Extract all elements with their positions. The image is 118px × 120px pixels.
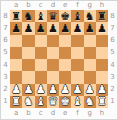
rank-labels-right: 87654321 [108,10,117,108]
square-a2[interactable]: ♟ [10,84,22,96]
square-d5[interactable] [47,47,59,59]
file-label-g: g [84,1,96,10]
square-a5[interactable] [10,47,22,59]
square-f8[interactable]: ♝ [71,10,83,22]
black-pawn-piece[interactable]: ♟ [60,23,70,34]
white-rook-piece[interactable]: ♜ [97,96,107,107]
square-d6[interactable] [47,35,59,47]
rank-label-8: 8 [108,10,117,22]
file-label-a: a [10,108,22,119]
rank-label-3: 3 [1,71,10,83]
square-c7[interactable]: ♟ [35,22,47,34]
file-label-h: h [96,1,108,10]
square-h7[interactable]: ♟ [96,22,108,34]
rank-label-2: 2 [1,84,10,96]
square-e8[interactable]: ♚ [59,10,71,22]
black-bishop-piece[interactable]: ♝ [72,11,82,22]
rank-label-4: 4 [1,59,10,71]
black-pawn-piece[interactable]: ♟ [23,23,33,34]
rank-label-2: 2 [108,84,117,96]
black-knight-piece[interactable]: ♞ [23,11,33,22]
black-pawn-piece[interactable]: ♟ [36,23,46,34]
file-label-c: c [35,108,47,119]
square-g5[interactable] [84,47,96,59]
black-rook-piece[interactable]: ♜ [97,11,107,22]
square-e6[interactable] [59,35,71,47]
white-pawn-piece[interactable]: ♟ [85,84,95,95]
square-h4[interactable] [96,59,108,71]
white-pawn-piece[interactable]: ♟ [97,84,107,95]
square-f4[interactable] [71,59,83,71]
file-label-b: b [22,108,34,119]
file-label-d: d [47,108,59,119]
square-f5[interactable] [71,47,83,59]
file-label-c: c [35,1,47,10]
square-d3[interactable] [47,71,59,83]
white-queen-piece[interactable]: ♛ [48,96,58,107]
file-label-e: e [59,108,71,119]
square-f3[interactable] [71,71,83,83]
white-pawn-piece[interactable]: ♟ [23,84,33,95]
square-e5[interactable] [59,47,71,59]
square-a8[interactable]: ♜ [10,10,22,22]
square-g8[interactable]: ♞ [84,10,96,22]
black-knight-piece[interactable]: ♞ [85,11,95,22]
rank-label-8: 8 [1,10,10,22]
square-c8[interactable]: ♝ [35,10,47,22]
square-h6[interactable] [96,35,108,47]
file-label-f: f [71,108,83,119]
file-label-b: b [22,1,34,10]
file-label-e: e [59,1,71,10]
square-a1[interactable]: ♜ [10,96,22,108]
file-label-g: g [84,108,96,119]
square-f2[interactable]: ♟ [71,84,83,96]
rank-label-6: 6 [1,35,10,47]
white-king-piece[interactable]: ♚ [60,96,70,107]
square-c4[interactable] [35,59,47,71]
square-c6[interactable] [35,35,47,47]
square-g1[interactable]: ♞ [84,96,96,108]
square-g2[interactable]: ♟ [84,84,96,96]
white-bishop-piece[interactable]: ♝ [36,96,46,107]
white-knight-piece[interactable]: ♞ [23,96,33,107]
white-knight-piece[interactable]: ♞ [85,96,95,107]
square-g4[interactable] [84,59,96,71]
white-pawn-piece[interactable]: ♟ [11,84,21,95]
rank-label-4: 4 [108,59,117,71]
rank-label-7: 7 [108,22,117,34]
white-pawn-piece[interactable]: ♟ [36,84,46,95]
black-pawn-piece[interactable]: ♟ [48,23,58,34]
file-label-f: f [71,1,83,10]
square-b5[interactable] [22,47,34,59]
chess-board-frame: abcdefgh 87654321 ♜♞♝♛♚♝♞♜♟♟♟♟♟♟♟♟♟♟♟♟♟♟… [0,0,118,120]
black-pawn-piece[interactable]: ♟ [97,23,107,34]
black-queen-piece[interactable]: ♛ [48,11,58,22]
square-d4[interactable] [47,59,59,71]
white-pawn-piece[interactable]: ♟ [60,84,70,95]
square-e4[interactable] [59,59,71,71]
square-c3[interactable] [35,71,47,83]
square-h3[interactable] [96,71,108,83]
square-e1[interactable]: ♚ [59,96,71,108]
black-bishop-piece[interactable]: ♝ [36,11,46,22]
rank-label-1: 1 [108,96,117,108]
square-d7[interactable]: ♟ [47,22,59,34]
rank-label-1: 1 [1,96,10,108]
square-a3[interactable] [10,71,22,83]
rank-labels-left: 87654321 [1,10,10,108]
square-f7[interactable]: ♟ [71,22,83,34]
square-b8[interactable]: ♞ [22,10,34,22]
square-a6[interactable] [10,35,22,47]
square-d8[interactable]: ♛ [47,10,59,22]
square-e7[interactable]: ♟ [59,22,71,34]
square-b2[interactable]: ♟ [22,84,34,96]
square-f1[interactable]: ♝ [71,96,83,108]
rank-label-7: 7 [1,22,10,34]
square-f6[interactable] [71,35,83,47]
square-b4[interactable] [22,59,34,71]
rank-label-5: 5 [1,47,10,59]
square-h2[interactable]: ♟ [96,84,108,96]
rank-label-6: 6 [108,35,117,47]
square-g6[interactable] [84,35,96,47]
file-labels-bottom: abcdefgh [10,108,108,119]
black-pawn-piece[interactable]: ♟ [72,23,82,34]
square-d1[interactable]: ♛ [47,96,59,108]
black-king-piece[interactable]: ♚ [60,11,70,22]
black-pawn-piece[interactable]: ♟ [11,23,21,34]
chess-board: ♜♞♝♛♚♝♞♜♟♟♟♟♟♟♟♟♟♟♟♟♟♟♟♟♜♞♝♛♚♝♞♜ [10,10,108,108]
square-d2[interactable]: ♟ [47,84,59,96]
square-a4[interactable] [10,59,22,71]
square-c5[interactable] [35,47,47,59]
square-e3[interactable] [59,71,71,83]
square-g3[interactable] [84,71,96,83]
square-b3[interactable] [22,71,34,83]
black-pawn-piece[interactable]: ♟ [85,23,95,34]
square-c2[interactable]: ♟ [35,84,47,96]
square-e2[interactable]: ♟ [59,84,71,96]
white-bishop-piece[interactable]: ♝ [72,96,82,107]
black-rook-piece[interactable]: ♜ [11,11,21,22]
square-b1[interactable]: ♞ [22,96,34,108]
square-b7[interactable]: ♟ [22,22,34,34]
square-h5[interactable] [96,47,108,59]
rank-label-5: 5 [108,47,117,59]
white-pawn-piece[interactable]: ♟ [48,84,58,95]
file-labels-top: abcdefgh [10,1,108,10]
file-label-h: h [96,108,108,119]
square-h8[interactable]: ♜ [96,10,108,22]
rank-label-3: 3 [108,71,117,83]
square-c1[interactable]: ♝ [35,96,47,108]
square-h1[interactable]: ♜ [96,96,108,108]
file-label-d: d [47,1,59,10]
square-g7[interactable]: ♟ [84,22,96,34]
white-pawn-piece[interactable]: ♟ [72,84,82,95]
white-rook-piece[interactable]: ♜ [11,96,21,107]
square-b6[interactable] [22,35,34,47]
file-label-a: a [10,1,22,10]
square-a7[interactable]: ♟ [10,22,22,34]
